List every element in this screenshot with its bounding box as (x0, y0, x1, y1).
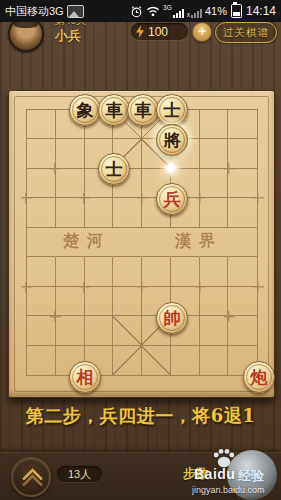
star-point-mark (195, 193, 206, 204)
star-point-mark (195, 282, 206, 293)
app-screen: 中国移动3G 3G x 41% 14:14 (0, 0, 281, 500)
star-point-mark (224, 311, 235, 322)
piece-glyph: 象 (70, 95, 100, 125)
star-point-mark (79, 193, 90, 204)
board-cell (27, 110, 56, 139)
piece-glyph: 車 (99, 95, 129, 125)
red-piece-相[interactable]: 相 (69, 361, 101, 393)
expand-up-button[interactable] (11, 457, 51, 497)
black-piece-將[interactable]: 將 (156, 124, 188, 156)
river-label-left: 楚河 (55, 231, 119, 253)
piece-glyph: 士 (99, 154, 129, 184)
red-piece-炮[interactable]: 炮 (243, 361, 275, 393)
signal-sim2-icon: x (187, 5, 202, 18)
clock-label: 14:14 (246, 4, 276, 18)
energy-pill[interactable]: 100 (131, 23, 188, 40)
status-bar: 中国移动3G 3G x 41% 14:14 (0, 0, 281, 22)
board-cell (113, 316, 142, 345)
star-point-mark (253, 193, 264, 204)
wifi-icon (146, 5, 160, 17)
red-piece-帥[interactable]: 帥 (156, 302, 188, 334)
xiangqi-board[interactable]: 楚河 漢界 象車車士將士兵帥相炮 (8, 90, 275, 398)
red-piece-兵[interactable]: 兵 (156, 183, 188, 215)
star-point-mark (50, 163, 61, 174)
lightning-icon (135, 25, 145, 38)
screenshot-notification-icon (67, 5, 84, 18)
battery-icon (231, 4, 242, 18)
star-point-mark (50, 311, 61, 322)
black-piece-士[interactable]: 士 (98, 153, 130, 185)
piece-glyph: 相 (70, 362, 100, 392)
star-point-mark (137, 282, 148, 293)
star-point-mark (253, 282, 264, 293)
board-cell (85, 316, 114, 345)
piece-glyph: 炮 (244, 362, 274, 392)
board-field: 楚河 漢界 象車車士將士兵帥相炮 (26, 109, 258, 376)
black-piece-車[interactable]: 車 (127, 94, 159, 126)
piece-glyph: 兵 (157, 184, 187, 214)
board-cell (142, 346, 171, 375)
star-point-mark (224, 163, 235, 174)
star-point-mark (79, 282, 90, 293)
board-cell (171, 346, 200, 375)
star-point-mark (21, 193, 32, 204)
piece-glyph: 士 (157, 95, 187, 125)
puzzle-book-button[interactable]: 过关棋谱 (215, 22, 277, 43)
battery-percent-label: 41% (205, 5, 227, 17)
black-piece-士[interactable]: 士 (156, 94, 188, 126)
add-energy-button[interactable]: + (192, 22, 212, 42)
board-cell (200, 346, 229, 375)
bottom-bar: 13人 步数 (0, 452, 281, 500)
move-hint-label: 第二步，兵四进一，将6退1 (0, 401, 281, 431)
player-name-label: 小兵 (55, 29, 86, 43)
board-cell (228, 228, 257, 257)
piece-glyph: 將 (157, 125, 187, 155)
river-label-right: 漢界 (167, 231, 231, 253)
board-cell (27, 228, 56, 257)
board-cell (113, 346, 142, 375)
star-point-mark (21, 282, 32, 293)
piece-glyph: 帥 (157, 303, 187, 333)
online-count-badge[interactable]: 13人 (57, 466, 102, 482)
player-header: 第40关 小兵 100 + 过关棋谱 (0, 22, 281, 60)
board-cell (27, 346, 56, 375)
signal-sim1-icon: 3G (163, 5, 184, 18)
board-cell (228, 110, 257, 139)
steps-label: 步数 (183, 465, 209, 483)
black-piece-象[interactable]: 象 (69, 94, 101, 126)
piece-glyph: 車 (128, 95, 158, 125)
energy-value: 100 (148, 25, 168, 39)
alarm-icon (130, 5, 143, 18)
black-piece-車[interactable]: 車 (98, 94, 130, 126)
board-cell (200, 110, 229, 139)
star-point-mark (137, 193, 148, 204)
carrier-label: 中国移动3G (5, 4, 64, 19)
